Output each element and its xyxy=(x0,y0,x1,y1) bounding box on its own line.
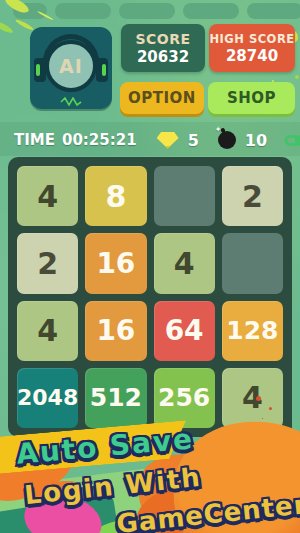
decor-pill xyxy=(247,3,300,19)
high-score-value: 28740 xyxy=(226,47,278,65)
chain-link-icon xyxy=(284,133,300,148)
tile-512: 512 xyxy=(85,368,146,428)
tile-8: 8 xyxy=(85,166,146,226)
gem-item[interactable]: 5 xyxy=(137,131,199,150)
logo-text: AI xyxy=(45,40,97,92)
high-score-panel: HIGH SCORE 28740 xyxy=(209,24,295,72)
decor-pill xyxy=(183,3,239,19)
option-button[interactable]: OPTION xyxy=(120,82,204,114)
bomb-count: 10 xyxy=(245,131,267,150)
link-item[interactable]: 12 xyxy=(267,131,300,150)
bomb-icon: ✦ xyxy=(218,131,236,149)
game-screen: AI SCORE 20632 HIGH SCORE 28740 OPTION S… xyxy=(0,0,300,533)
tile-4: 4 xyxy=(222,368,283,428)
ai-avatar-logo[interactable]: AI xyxy=(30,27,112,109)
headphone-cup-right-icon xyxy=(96,58,108,82)
gem-count: 5 xyxy=(188,131,199,150)
tile-16: 16 xyxy=(85,233,146,293)
score-label: SCORE xyxy=(135,31,190,47)
tile-2: 2 xyxy=(17,233,78,293)
score-value: 20632 xyxy=(137,48,189,66)
decor-pill xyxy=(55,3,111,19)
tile-2: 2 xyxy=(222,166,283,226)
score-panel: SCORE 20632 xyxy=(121,24,205,72)
high-score-label: HIGH SCORE xyxy=(209,32,294,46)
bomb-item[interactable]: ✦ 10 xyxy=(199,131,267,150)
tile-2048: 2048 xyxy=(17,368,78,428)
waveform-icon xyxy=(30,97,112,106)
tile-4: 4 xyxy=(154,233,215,293)
time-value: 00:25:21 xyxy=(62,131,137,149)
gem-icon xyxy=(157,132,179,149)
tile-128: 128 xyxy=(222,301,283,361)
tile-16: 16 xyxy=(85,301,146,361)
tile-256: 256 xyxy=(154,368,215,428)
empty-cell xyxy=(154,166,215,226)
paint-speckle-board xyxy=(256,396,261,401)
status-bar: TIME 00:25:21 5 ✦ 10 12 xyxy=(14,129,300,151)
tile-4: 4 xyxy=(17,301,78,361)
shop-button[interactable]: SHOP xyxy=(208,82,295,114)
top-decor-pills xyxy=(13,3,300,19)
tile-4: 4 xyxy=(17,166,78,226)
headphone-cup-left-icon xyxy=(34,58,46,82)
time-label: TIME xyxy=(14,131,55,149)
decor-pill xyxy=(119,3,175,19)
tile-64: 64 xyxy=(154,301,215,361)
empty-cell xyxy=(222,233,283,293)
board-grid[interactable]: 48221644166412820485122564 xyxy=(8,157,292,437)
